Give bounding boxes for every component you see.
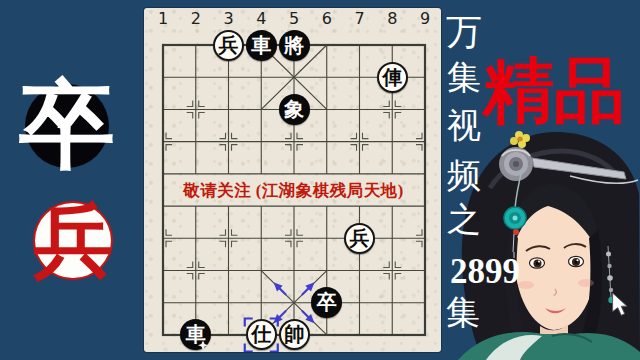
piece-帥[interactable]: 帥 [279, 319, 310, 350]
series-text-0: 万 [446, 14, 482, 50]
black-soldier-badge: 卒 [25, 84, 109, 168]
piece-車[interactable]: 車 [246, 30, 277, 61]
red-soldier-badge: 兵 [33, 201, 113, 280]
mouse-cursor [612, 293, 630, 317]
piece-將[interactable]: 將 [279, 30, 310, 61]
series-text-5: 2899 [440, 254, 530, 289]
piece-俥[interactable]: 俥 [377, 62, 408, 93]
river-banner: 敬请关注 (江湖象棋残局天地) [150, 180, 437, 202]
xiangqi-board: 123456789 敬请关注 (江湖象棋残局天地) 兵車將俥象兵卒車仕帥 [144, 8, 441, 352]
silver-rose [499, 147, 533, 181]
blush-right [578, 279, 594, 287]
premium-label: 精品 [483, 56, 625, 127]
piece-兵[interactable]: 兵 [344, 223, 375, 254]
piece-象[interactable]: 象 [279, 94, 310, 125]
red-soldier-glyph: 兵 [33, 203, 113, 279]
eye-highlight-left [538, 261, 540, 263]
piece-兵[interactable]: 兵 [213, 30, 244, 61]
eye-highlight-right [577, 259, 579, 261]
video-thumbnail: 卒 兵 123456789 敬请关注 (江湖象棋残局天地) 兵車將俥象兵卒車仕帥 [0, 0, 640, 360]
black-soldier-glyph: 卒 [19, 84, 115, 168]
series-text-1: 集 [446, 61, 482, 95]
series-text-6: 集 [445, 296, 481, 330]
series-text-2: 视 [446, 109, 482, 143]
piece-仕-selected[interactable]: 仕 [246, 319, 277, 350]
series-text-4: 之 [446, 203, 482, 237]
series-text-3: 频 [446, 159, 482, 193]
